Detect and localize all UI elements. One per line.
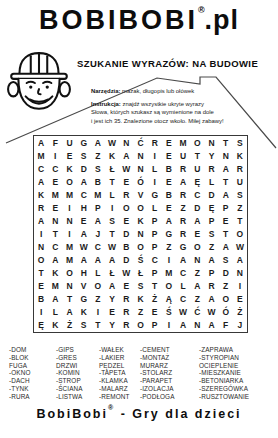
grid-cell-11-9[interactable]: P xyxy=(148,267,162,280)
grid-cell-13-5[interactable]: Z xyxy=(91,293,105,306)
grid-cell-3-3[interactable]: K xyxy=(62,162,76,175)
grid-cell-9-5[interactable]: C xyxy=(91,241,105,254)
grid-cell-10-2[interactable]: A xyxy=(48,254,62,267)
grid-cell-6-9[interactable]: L xyxy=(148,201,162,214)
page: BOBIBOBI®.pl SZUKANIE WYRAZÓW: NA BUDOWI… xyxy=(0,0,278,438)
grid-cell-3-9[interactable]: L xyxy=(148,162,162,175)
word-item: -GIPS xyxy=(56,346,99,354)
grid-cell-6-6[interactable]: I xyxy=(105,201,119,214)
grid-cell-5-6[interactable]: L xyxy=(105,188,119,201)
grid-cell-1-3[interactable]: U xyxy=(62,136,76,149)
grid-cell-7-15[interactable]: T xyxy=(233,214,247,227)
instructions: Narzędzia: mazak, długopis lub ołówek In… xyxy=(91,87,255,126)
word-list-column-4: -CEMENT-MONTAŻMURARZ-STOLARZ-PARAPET-IZO… xyxy=(140,346,199,401)
grid-cell-4-9[interactable]: I xyxy=(148,175,162,188)
grid-cell-6-13[interactable]: Ę xyxy=(204,201,218,214)
grid-cell-11-3[interactable]: O xyxy=(62,267,76,280)
builder-face-icon xyxy=(5,49,73,117)
grid-cell-7-1[interactable]: A xyxy=(34,214,48,227)
grid-cell-14-5[interactable]: I xyxy=(91,306,105,319)
word-list: -DOM-BLOKFUGA-OKNO-DACH-TYNK-RURA-GIPS-G… xyxy=(9,346,275,401)
word-list-column-1: -DOM-BLOKFUGA-OKNO-DACH-TYNK-RURA xyxy=(9,346,56,401)
grid-cell-7-12[interactable]: A xyxy=(190,214,204,227)
grid-cell-14-15[interactable]: Ż xyxy=(233,306,247,319)
grid-cell-7-4[interactable]: E xyxy=(77,214,91,227)
grid-cell-2-3[interactable]: E xyxy=(62,149,76,162)
grid-cell-8-15[interactable]: O xyxy=(233,227,247,240)
grid-cell-2-9[interactable]: I xyxy=(148,149,162,162)
grid-cell-8-6[interactable]: T xyxy=(105,227,119,240)
grid-cell-2-15[interactable]: K xyxy=(233,149,247,162)
grid-cell-11-6[interactable]: Ł xyxy=(105,267,119,280)
grid-cell-9-1[interactable]: N xyxy=(34,241,48,254)
grid-cell-3-13[interactable]: R xyxy=(204,162,218,175)
grid-cell-14-12[interactable]: Ć xyxy=(190,306,204,319)
grid-cell-10-3[interactable]: M xyxy=(62,254,76,267)
grid-cell-3-8[interactable]: N xyxy=(133,162,147,175)
grid-cell-2-1[interactable]: M xyxy=(34,149,48,162)
grid-cell-1-8[interactable]: Ć xyxy=(133,136,147,149)
grid-cell-10-7[interactable]: D xyxy=(119,254,133,267)
grid-cell-12-4[interactable]: V xyxy=(77,280,91,293)
grid-cell-5-8[interactable]: V xyxy=(133,188,147,201)
grid-cell-4-11[interactable]: A xyxy=(176,175,190,188)
grid-cell-11-7[interactable]: W xyxy=(119,267,133,280)
grid-cell-15-15[interactable]: J xyxy=(233,319,247,332)
tools-label: Narzędzia: xyxy=(91,88,120,94)
grid-cell-15-7[interactable]: R xyxy=(119,319,133,332)
grid-cell-3-15[interactable]: R xyxy=(233,162,247,175)
grid-cell-2-2[interactable]: I xyxy=(48,149,62,162)
grid-cell-7-13[interactable]: P xyxy=(204,214,218,227)
word-item: -TAPETA xyxy=(99,369,140,377)
grid-cell-4-6[interactable]: T xyxy=(105,175,119,188)
grid-cell-3-5[interactable]: S xyxy=(91,162,105,175)
grid-cell-8-11[interactable]: R xyxy=(176,227,190,240)
footer: BobiBobi® - Gry dla dzieci xyxy=(0,404,278,421)
grid-cell-13-12[interactable]: Z xyxy=(190,293,204,306)
grid-cell-1-10[interactable]: E xyxy=(162,136,176,149)
grid-cell-3-6[interactable]: Ł xyxy=(105,162,119,175)
grid-cell-8-3[interactable]: I xyxy=(62,227,76,240)
grid-cell-13-6[interactable]: Y xyxy=(105,293,119,306)
grid-cell-10-5[interactable]: A xyxy=(91,254,105,267)
word-item: -KLAMKA xyxy=(99,377,140,385)
grid-cell-13-11[interactable]: C xyxy=(176,293,190,306)
grid-cell-10-14[interactable]: S xyxy=(219,254,233,267)
word-item: -STYROPIAN xyxy=(199,354,275,362)
instructions-line-3: i jest ich 35. Znalezione otocz wkoło. M… xyxy=(91,117,255,126)
grid-cell-7-8[interactable]: K xyxy=(133,214,147,227)
logo-main: BOBIBOBI xyxy=(39,5,198,35)
grid-cell-8-12[interactable]: E xyxy=(190,227,204,240)
grid-cell-4-4[interactable]: A xyxy=(77,175,91,188)
word-item: -DACH xyxy=(9,377,56,385)
grid-cell-9-15[interactable]: W xyxy=(233,241,247,254)
grid-cell-1-13[interactable]: N xyxy=(204,136,218,149)
word-list-column-5: -ZAPRAWA-STYROPIANOCIEPLENIE-MIESZKANIE-… xyxy=(199,346,275,401)
grid-cell-11-8[interactable]: Ł xyxy=(133,267,147,280)
grid-cell-9-8[interactable]: O xyxy=(133,241,147,254)
grid-cell-8-8[interactable]: N xyxy=(133,227,147,240)
word-list-column-2: -GIPS-GRESDRZWI-KOMIN-STROP-ŚCIANA-LISTW… xyxy=(56,346,99,401)
word-item: OCIEPLENIE xyxy=(199,362,275,370)
grid-cell-14-14[interactable]: Ó xyxy=(219,306,233,319)
word-item: -CEMENT xyxy=(140,346,199,354)
grid-cell-7-3[interactable]: N xyxy=(62,214,76,227)
grid-cell-1-5[interactable]: A xyxy=(91,136,105,149)
grid-cell-6-8[interactable]: O xyxy=(133,201,147,214)
grid-cell-7-10[interactable]: A xyxy=(162,214,176,227)
grid-cell-3-7[interactable]: W xyxy=(119,162,133,175)
grid-cell-9-2[interactable]: C xyxy=(48,241,62,254)
grid-cell-6-15[interactable]: Z xyxy=(233,201,247,214)
grid-cell-15-4[interactable]: S xyxy=(77,319,91,332)
word-item: FUGA xyxy=(9,362,56,370)
grid-cell-1-14[interactable]: T xyxy=(219,136,233,149)
grid-cell-10-6[interactable]: A xyxy=(105,254,119,267)
instructions-text: znajdź wszystkie ukryte wyrazy xyxy=(122,101,204,107)
grid-cell-8-4[interactable]: A xyxy=(77,227,91,240)
grid-cell-9-7[interactable]: B xyxy=(119,241,133,254)
grid-cell-9-14[interactable]: A xyxy=(219,241,233,254)
grid-cell-6-3[interactable]: I xyxy=(62,201,76,214)
word-item: -RURA xyxy=(9,393,56,401)
grid-cell-2-14[interactable]: N xyxy=(219,149,233,162)
grid-cell-14-2[interactable]: L xyxy=(48,306,62,319)
grid-cell-13-4[interactable]: G xyxy=(77,293,91,306)
grid-cell-4-10[interactable]: E xyxy=(162,175,176,188)
word-item: -MIESZKANIE xyxy=(199,369,275,377)
registered-trademark-icon: ® xyxy=(198,5,205,15)
grid-cell-11-12[interactable]: Z xyxy=(190,267,204,280)
word-item: -STOLARZ xyxy=(140,369,199,377)
grid-cell-15-13[interactable]: A xyxy=(204,319,218,332)
page-title: SZUKANIE WYRAZÓW: NA BUDOWIE xyxy=(77,58,277,69)
grid-cell-12-9[interactable]: T xyxy=(148,280,162,293)
site-logo: BOBIBOBI®.pl xyxy=(0,5,278,36)
grid-cell-2-7[interactable]: A xyxy=(119,149,133,162)
instructions-label: Instrukcja: xyxy=(91,101,121,107)
grid-cell-12-12[interactable]: A xyxy=(190,280,204,293)
word-item: DRZWI xyxy=(56,362,99,370)
grid-cell-9-3[interactable]: M xyxy=(62,241,76,254)
grid-cell-11-10[interactable]: M xyxy=(162,267,176,280)
word-item: -LAKIER xyxy=(99,354,140,362)
grid-cell-8-10[interactable]: G xyxy=(162,227,176,240)
grid-cell-2-10[interactable]: E xyxy=(162,149,176,162)
grid-cell-8-7[interactable]: D xyxy=(119,227,133,240)
grid-cell-6-5[interactable]: P xyxy=(91,201,105,214)
grid-cell-6-1[interactable]: R xyxy=(34,201,48,214)
grid-cell-3-4[interactable]: D xyxy=(77,162,91,175)
grid-cell-2-4[interactable]: S xyxy=(77,149,91,162)
word-item: -DOM xyxy=(9,346,56,354)
grid-cell-2-13[interactable]: Y xyxy=(204,149,218,162)
grid-cell-1-1[interactable]: A xyxy=(34,136,48,149)
grid-cell-3-14[interactable]: A xyxy=(219,162,233,175)
instructions-tools-line: Narzędzia: mazak, długopis lub ołówek xyxy=(91,87,255,96)
word-item: -BLOK xyxy=(9,354,56,362)
grid-cell-11-4[interactable]: H xyxy=(77,267,91,280)
grid-cell-6-14[interactable]: P xyxy=(219,201,233,214)
grid-cell-1-7[interactable]: N xyxy=(119,136,133,149)
grid-cell-13-7[interactable]: R xyxy=(119,293,133,306)
grid-cell-1-2[interactable]: F xyxy=(48,136,62,149)
grid-cell-7-5[interactable]: A xyxy=(91,214,105,227)
grid-cell-13-10[interactable]: Ą xyxy=(162,293,176,306)
word-item: -ŚCIANA xyxy=(56,385,99,393)
grid-cell-12-11[interactable]: L xyxy=(176,280,190,293)
grid-cell-2-11[interactable]: U xyxy=(176,149,190,162)
grid-cell-14-4[interactable]: K xyxy=(77,306,91,319)
grid-cell-5-3[interactable]: M xyxy=(62,188,76,201)
grid-cell-13-14[interactable]: O xyxy=(219,293,233,306)
grid-cell-1-6[interactable]: W xyxy=(105,136,119,149)
grid-cell-5-15[interactable]: S xyxy=(233,188,247,201)
word-item: -TYNK xyxy=(9,385,56,393)
grid-cell-12-1[interactable]: E xyxy=(34,280,48,293)
grid-cell-12-5[interactable]: O xyxy=(91,280,105,293)
grid-cell-6-11[interactable]: Z xyxy=(176,201,190,214)
grid-cell-14-11[interactable]: W xyxy=(176,306,190,319)
grid-cell-8-14[interactable]: T xyxy=(219,227,233,240)
grid-cell-10-10[interactable]: I xyxy=(162,254,176,267)
instructions-line-2: Słowa, których szukasz są wymienione na … xyxy=(91,108,255,117)
grid-cell-4-2[interactable]: E xyxy=(48,175,62,188)
grid-cell-5-4[interactable]: C xyxy=(77,188,91,201)
grid-cell-10-13[interactable]: A xyxy=(204,254,218,267)
word-item: -SZEREGÓWKA xyxy=(199,385,275,393)
word-grid: AFUGAWNĆREMONTSMIESZKANIEUTYNKCCKDSŁWNLB… xyxy=(33,135,248,333)
word-list-column-3: -WAŁEK-LAKIERPĘDZEL-TAPETA-KLAMKA-MALARZ… xyxy=(99,346,140,401)
word-item: PĘDZEL xyxy=(99,362,140,370)
grid-cell-15-11[interactable]: A xyxy=(176,319,190,332)
grid-cell-11-14[interactable]: D xyxy=(219,267,233,280)
grid-cell-7-7[interactable]: E xyxy=(119,214,133,227)
grid-cell-3-12[interactable]: U xyxy=(190,162,204,175)
word-item: -LISTWA xyxy=(56,393,99,401)
grid-cell-4-1[interactable]: A xyxy=(34,175,48,188)
word-item: -KOMIN xyxy=(56,369,99,377)
grid-cell-6-7[interactable]: O xyxy=(119,201,133,214)
grid-cell-11-1[interactable]: T xyxy=(34,267,48,280)
grid-cell-13-1[interactable]: B xyxy=(34,293,48,306)
grid-cell-11-13[interactable]: P xyxy=(204,267,218,280)
grid-cell-6-12[interactable]: D xyxy=(190,201,204,214)
grid-cell-15-3[interactable]: Ż xyxy=(62,319,76,332)
grid-cell-15-14[interactable]: F xyxy=(219,319,233,332)
grid-cell-13-15[interactable]: E xyxy=(233,293,247,306)
grid-cell-2-8[interactable]: N xyxy=(133,149,147,162)
grid-cell-9-9[interactable]: P xyxy=(148,241,162,254)
grid-cell-8-1[interactable]: I xyxy=(34,227,48,240)
grid-cell-3-2[interactable]: C xyxy=(48,162,62,175)
grid-cell-14-9[interactable]: E xyxy=(148,306,162,319)
grid-cell-8-13[interactable]: S xyxy=(204,227,218,240)
grid-cell-12-3[interactable]: N xyxy=(62,280,76,293)
word-item: -STROP xyxy=(56,377,99,385)
grid-cell-4-14[interactable]: T xyxy=(219,175,233,188)
grid-cell-5-5[interactable]: M xyxy=(91,188,105,201)
grid-cell-12-2[interactable]: M xyxy=(48,280,62,293)
grid-cell-8-9[interactable]: P xyxy=(148,227,162,240)
grid-cell-12-6[interactable]: A xyxy=(105,280,119,293)
grid-cell-5-12[interactable]: C xyxy=(190,188,204,201)
grid-cell-14-1[interactable]: I xyxy=(34,306,48,319)
grid-cell-15-1[interactable]: Ę xyxy=(34,319,48,332)
grid-cell-15-10[interactable]: I xyxy=(162,319,176,332)
grid-cell-12-8[interactable]: S xyxy=(133,280,147,293)
footer-registered-trademark-icon: ® xyxy=(108,404,113,411)
grid-cell-14-8[interactable]: Z xyxy=(133,306,147,319)
instructions-line-1: Instrukcja: znajdź wszystkie ukryte wyra… xyxy=(91,100,255,109)
grid-cell-5-10[interactable]: B xyxy=(162,188,176,201)
grid-cell-2-5[interactable]: Z xyxy=(91,149,105,162)
word-item: -BETONIARKA xyxy=(199,377,275,385)
grid-cell-10-1[interactable]: O xyxy=(34,254,48,267)
footer-brand: BobiBobi xyxy=(36,407,108,421)
grid-cell-7-2[interactable]: N xyxy=(48,214,62,227)
grid-cell-2-12[interactable]: T xyxy=(190,149,204,162)
word-item: -GRES xyxy=(56,354,99,362)
logo-suffix: .pl xyxy=(205,5,240,35)
grid-cell-5-2[interactable]: M xyxy=(48,188,62,201)
grid-cell-12-13[interactable]: R xyxy=(204,280,218,293)
grid-cell-5-14[interactable]: A xyxy=(219,188,233,201)
grid-cell-11-11[interactable]: C xyxy=(176,267,190,280)
grid-cell-1-12[interactable]: O xyxy=(190,136,204,149)
grid-cell-3-10[interactable]: B xyxy=(162,162,176,175)
grid-cell-14-13[interactable]: W xyxy=(204,306,218,319)
grid-cell-15-6[interactable]: Y xyxy=(105,319,119,332)
grid-cell-7-11[interactable]: R xyxy=(176,214,190,227)
grid-cell-13-2[interactable]: A xyxy=(48,293,62,306)
grid-cell-1-9[interactable]: R xyxy=(148,136,162,149)
grid-cell-10-12[interactable]: N xyxy=(190,254,204,267)
word-item: -MALARZ xyxy=(99,385,140,393)
grid-cell-9-12[interactable]: O xyxy=(190,241,204,254)
grid-cell-15-5[interactable]: T xyxy=(91,319,105,332)
grid-cell-3-11[interactable]: R xyxy=(176,162,190,175)
word-item: -IZOLACJA xyxy=(140,385,199,393)
grid-cell-4-15[interactable]: U xyxy=(233,175,247,188)
grid-cell-5-7[interactable]: R xyxy=(119,188,133,201)
grid-cell-9-4[interactable]: W xyxy=(77,241,91,254)
grid-cell-13-13[interactable]: A xyxy=(204,293,218,306)
grid-cell-11-15[interactable]: N xyxy=(233,267,247,280)
grid-cell-1-15[interactable]: S xyxy=(233,136,247,149)
word-item: -PARAPET xyxy=(140,377,199,385)
grid-cell-10-8[interactable]: Ś xyxy=(133,254,147,267)
grid-cell-2-6[interactable]: K xyxy=(105,149,119,162)
grid-cell-15-9[interactable]: P xyxy=(148,319,162,332)
grid-cell-9-6[interactable]: W xyxy=(105,241,119,254)
grid-cell-12-15[interactable]: I xyxy=(233,280,247,293)
grid-cell-6-2[interactable]: E xyxy=(48,201,62,214)
grid-cell-4-5[interactable]: B xyxy=(91,175,105,188)
grid-cell-1-4[interactable]: G xyxy=(77,136,91,149)
grid-cell-9-10[interactable]: Z xyxy=(162,241,176,254)
grid-cell-9-11[interactable]: G xyxy=(176,241,190,254)
word-item: -WAŁEK xyxy=(99,346,140,354)
grid-cell-7-6[interactable]: S xyxy=(105,214,119,227)
grid-cell-8-2[interactable]: T xyxy=(48,227,62,240)
grid-cell-5-9[interactable]: G xyxy=(148,188,162,201)
grid-cell-3-1[interactable]: C xyxy=(34,162,48,175)
grid-cell-15-12[interactable]: N xyxy=(190,319,204,332)
word-item: -PODŁOGA xyxy=(140,393,199,401)
word-item: -REMONT xyxy=(99,393,140,401)
grid-cell-7-9[interactable]: P xyxy=(148,214,162,227)
grid-cell-10-9[interactable]: C xyxy=(148,254,162,267)
word-item: -OKNO xyxy=(9,369,56,377)
grid-cell-5-11[interactable]: R xyxy=(176,188,190,201)
word-item: -RUSZTOWANIE xyxy=(199,393,275,401)
word-item: -ZAPRAWA xyxy=(199,346,275,354)
grid-cell-5-1[interactable]: K xyxy=(34,188,48,201)
grid-cell-9-13[interactable]: Z xyxy=(204,241,218,254)
grid-cell-10-4[interactable]: A xyxy=(77,254,91,267)
grid-cell-5-13[interactable]: D xyxy=(204,188,218,201)
grid-cell-13-8[interactable]: K xyxy=(133,293,147,306)
grid-cell-10-15[interactable]: A xyxy=(233,254,247,267)
grid-cell-4-8[interactable]: Ó xyxy=(133,175,147,188)
grid-cell-12-10[interactable]: O xyxy=(162,280,176,293)
grid-cell-12-7[interactable]: E xyxy=(119,280,133,293)
grid-cell-11-2[interactable]: K xyxy=(48,267,62,280)
grid-cell-13-9[interactable]: Ż xyxy=(148,293,162,306)
grid-cell-6-4[interactable]: H xyxy=(77,201,91,214)
grid-cell-4-13[interactable]: L xyxy=(204,175,218,188)
grid-cell-4-3[interactable]: O xyxy=(62,175,76,188)
grid-cell-14-7[interactable]: R xyxy=(119,306,133,319)
grid-cell-13-3[interactable]: T xyxy=(62,293,76,306)
grid-cell-4-12[interactable]: Ę xyxy=(190,175,204,188)
grid-cell-7-14[interactable]: E xyxy=(219,214,233,227)
grid-cell-4-7[interactable]: E xyxy=(119,175,133,188)
word-item: -MONTAŻ xyxy=(140,354,199,362)
grid-cell-8-5[interactable]: J xyxy=(91,227,105,240)
grid-cell-15-8[interactable]: O xyxy=(133,319,147,332)
grid-cell-14-6[interactable]: E xyxy=(105,306,119,319)
word-item: MURARZ xyxy=(140,362,199,370)
grid-cell-12-14[interactable]: Z xyxy=(219,280,233,293)
tools-text: mazak, długopis lub ołówek xyxy=(122,88,194,94)
grid-cell-1-11[interactable]: M xyxy=(176,136,190,149)
grid-cell-11-5[interactable]: L xyxy=(91,267,105,280)
grid-cell-10-11[interactable]: A xyxy=(176,254,190,267)
footer-tagline: - Gry dla dzieci xyxy=(121,407,242,421)
grid-cell-14-10[interactable]: Ś xyxy=(162,306,176,319)
grid-cell-6-10[interactable]: E xyxy=(162,201,176,214)
grid-cell-14-3[interactable]: A xyxy=(62,306,76,319)
grid-cell-15-2[interactable]: K xyxy=(48,319,62,332)
